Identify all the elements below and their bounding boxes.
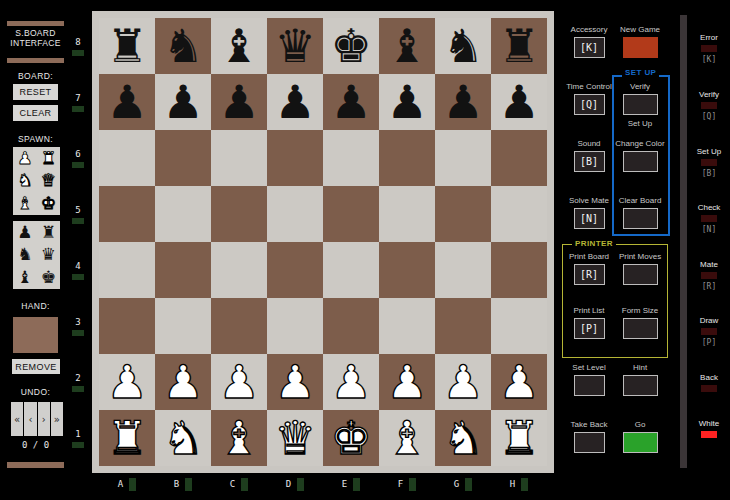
- take-back-control: Take Back: [570, 420, 608, 453]
- rank-led-indicator: [72, 162, 84, 168]
- square-c3[interactable]: [211, 298, 267, 354]
- square-a8[interactable]: ♜: [99, 18, 155, 74]
- rank-number: 4: [75, 261, 80, 271]
- form-size-control: Form Size: [621, 306, 659, 339]
- square-f3[interactable]: [379, 298, 435, 354]
- square-h7[interactable]: ♟: [491, 74, 547, 130]
- set-level-control: Set Level: [570, 363, 608, 396]
- square-b3[interactable]: [155, 298, 211, 354]
- file-led-indicator: [297, 478, 304, 491]
- black-bishop: ♝: [218, 18, 259, 74]
- square-f6[interactable]: [379, 130, 435, 186]
- white-knight: ♞: [442, 410, 483, 466]
- square-d7[interactable]: ♟: [267, 74, 323, 130]
- square-g5[interactable]: [435, 186, 491, 242]
- square-d5[interactable]: [267, 186, 323, 242]
- status-label: Back: [700, 373, 718, 382]
- rank-led-indicator: [72, 50, 84, 56]
- status-label: Error: [700, 33, 718, 42]
- square-f7[interactable]: ♟: [379, 74, 435, 130]
- rank-number: 3: [75, 317, 80, 327]
- take-back-button[interactable]: [574, 432, 605, 453]
- solve-mate-control: Solve Mate [N]: [570, 196, 608, 229]
- file-label-f: F: [379, 473, 435, 495]
- print-moves-label: Print Moves: [619, 252, 661, 261]
- status-key-hint: [B]: [702, 169, 716, 178]
- status-key-hint: [R]: [702, 282, 716, 291]
- file-label-e: E: [323, 473, 379, 495]
- hand-section-label: HAND:: [0, 301, 71, 311]
- status-key-hint: [Q]: [702, 112, 716, 121]
- square-c8[interactable]: ♝: [211, 18, 267, 74]
- square-b6[interactable]: [155, 130, 211, 186]
- hint-button[interactable]: [623, 375, 658, 396]
- sound-label: Sound: [577, 139, 600, 148]
- black-king: ♚: [330, 18, 371, 74]
- square-h3[interactable]: [491, 298, 547, 354]
- print-board-label: Print Board: [569, 252, 609, 261]
- undo-section-label: UNDO:: [0, 387, 71, 397]
- print-moves-button[interactable]: [623, 264, 658, 285]
- square-g7[interactable]: ♟: [435, 74, 491, 130]
- status-key-hint: [N]: [702, 225, 716, 234]
- status-mate: Mate[R]: [688, 260, 730, 291]
- clear-board-control: Clear Board: [621, 196, 659, 229]
- change-color-control: Change Color: [621, 139, 659, 172]
- spawn-black-rook[interactable]: ♜: [37, 221, 61, 244]
- rank-label-6: 6: [66, 130, 90, 186]
- panel-divider: [680, 15, 687, 468]
- file-letter: G: [454, 479, 459, 489]
- file-label-d: D: [267, 473, 323, 495]
- undo-forward-end-button[interactable]: »: [51, 402, 63, 436]
- sidebar-accent-bar-2: [7, 58, 64, 63]
- status-column: Error[K]Verify[Q]Set Up[B]Check[N]Mate[R…: [688, 0, 730, 500]
- square-f4[interactable]: [379, 242, 435, 298]
- print-moves-control: Print Moves: [621, 252, 659, 285]
- square-a2[interactable]: ♟: [99, 354, 155, 410]
- rank-number: 5: [75, 205, 80, 215]
- spawn-white-pawn[interactable]: ♟: [13, 147, 37, 170]
- rank-label-5: 5: [66, 186, 90, 242]
- square-b4[interactable]: [155, 242, 211, 298]
- file-letter: C: [230, 479, 235, 489]
- time-control-label: Time Control: [566, 82, 612, 91]
- square-d3[interactable]: [267, 298, 323, 354]
- status-label: Verify: [699, 90, 719, 99]
- white-rook: ♜: [41, 150, 56, 167]
- black-knight: ♞: [162, 18, 203, 74]
- black-queen: ♛: [274, 18, 315, 74]
- change-color-button[interactable]: [623, 151, 658, 172]
- new-game-control: New Game: [621, 25, 659, 58]
- spawn-section-label: SPAWN:: [0, 134, 71, 144]
- white-rook: ♜: [106, 410, 147, 466]
- file-led-indicator: [521, 478, 528, 491]
- file-letter: D: [286, 479, 291, 489]
- square-c5[interactable]: [211, 186, 267, 242]
- rank-labels: 87654321: [66, 18, 90, 466]
- black-bishop: ♝: [386, 18, 427, 74]
- print-list-control: Print List [P]: [570, 306, 608, 339]
- verify-label: Verify: [630, 82, 650, 91]
- square-b7[interactable]: ♟: [155, 74, 211, 130]
- black-queen: ♛: [41, 246, 56, 263]
- white-pawn: ♟: [218, 354, 259, 410]
- black-pawn: ♟: [162, 74, 203, 130]
- black-knight: ♞: [17, 246, 32, 263]
- white-knight: ♞: [17, 172, 32, 189]
- rank-number: 8: [75, 37, 80, 47]
- rank-label-2: 2: [66, 354, 90, 410]
- square-g2[interactable]: ♟: [435, 354, 491, 410]
- square-e4[interactable]: [323, 242, 379, 298]
- take-back-label: Take Back: [571, 420, 608, 429]
- rank-label-1: 1: [66, 410, 90, 466]
- square-c7[interactable]: ♟: [211, 74, 267, 130]
- status-label: White: [699, 419, 719, 428]
- file-led-indicator: [409, 478, 416, 491]
- sidebar-bottom-accent-bar: [7, 462, 64, 468]
- square-f8[interactable]: ♝: [379, 18, 435, 74]
- sound-control: Sound [B]: [570, 139, 608, 172]
- square-a6[interactable]: [99, 130, 155, 186]
- sound-button[interactable]: [B]: [574, 151, 605, 172]
- square-d6[interactable]: [267, 130, 323, 186]
- square-d4[interactable]: [267, 242, 323, 298]
- accessory-button[interactable]: [K]: [574, 37, 605, 58]
- spawn-black-bishop[interactable]: ♝: [13, 266, 37, 289]
- file-led-indicator: [129, 478, 136, 491]
- white-queen: ♛: [274, 410, 315, 466]
- black-rook: ♜: [106, 18, 147, 74]
- square-h8[interactable]: ♜: [491, 18, 547, 74]
- black-rook: ♜: [498, 18, 539, 74]
- verify-control: Verify Set Up: [621, 82, 659, 128]
- solve-mate-label: Solve Mate: [569, 196, 609, 205]
- square-h6[interactable]: [491, 130, 547, 186]
- file-label-c: C: [211, 473, 267, 495]
- new-game-button[interactable]: [623, 37, 658, 58]
- print-list-button[interactable]: [P]: [574, 318, 605, 339]
- square-e8[interactable]: ♚: [323, 18, 379, 74]
- square-a3[interactable]: [99, 298, 155, 354]
- go-control: Go: [621, 420, 659, 453]
- status-label: Check: [698, 203, 721, 212]
- white-pawn: ♟: [386, 354, 427, 410]
- black-rook: ♜: [41, 224, 56, 241]
- square-d2[interactable]: ♟: [267, 354, 323, 410]
- file-led-indicator: [241, 478, 248, 491]
- rank-number: 6: [75, 149, 80, 159]
- clear-button[interactable]: CLEAR: [13, 105, 58, 121]
- status-led-indicator: [701, 385, 717, 392]
- square-h1[interactable]: ♜: [491, 410, 547, 466]
- square-g3[interactable]: [435, 298, 491, 354]
- rank-led-indicator: [72, 386, 84, 392]
- square-h5[interactable]: [491, 186, 547, 242]
- square-b1[interactable]: ♞: [155, 410, 211, 466]
- spawn-white-king[interactable]: ♚: [37, 192, 61, 215]
- status-back: Back: [688, 373, 730, 392]
- file-label-b: B: [155, 473, 211, 495]
- square-h4[interactable]: [491, 242, 547, 298]
- form-size-button[interactable]: [623, 318, 658, 339]
- form-size-label: Form Size: [622, 306, 658, 315]
- square-f5[interactable]: [379, 186, 435, 242]
- undo-counter: 0 / 0: [0, 440, 71, 450]
- file-letter: E: [342, 479, 347, 489]
- file-letter: F: [398, 479, 403, 489]
- undo-step-back-button[interactable]: ‹: [24, 402, 36, 436]
- status-led-indicator: [701, 159, 717, 166]
- square-d1[interactable]: ♛: [267, 410, 323, 466]
- status-key-hint: [P]: [702, 338, 716, 347]
- square-c6[interactable]: [211, 130, 267, 186]
- square-c1[interactable]: ♝: [211, 410, 267, 466]
- clear-board-button[interactable]: [623, 208, 658, 229]
- rank-led-indicator: [72, 442, 84, 448]
- status-led-indicator: [701, 45, 717, 52]
- spawn-white-bishop[interactable]: ♝: [13, 192, 37, 215]
- time-control-button[interactable]: [Q]: [574, 94, 605, 115]
- print-board-control: Print Board [R]: [570, 252, 608, 285]
- status-draw: Draw[P]: [688, 316, 730, 347]
- square-f2[interactable]: ♟: [379, 354, 435, 410]
- undo-step-forward-button[interactable]: ›: [38, 402, 50, 436]
- black-king: ♚: [41, 269, 56, 286]
- file-label-h: H: [491, 473, 547, 495]
- white-king: ♚: [41, 195, 56, 212]
- time-control-control: Time Control [Q]: [570, 82, 608, 115]
- file-labels: ABCDEFGH: [99, 473, 547, 495]
- new-game-label: New Game: [620, 25, 660, 34]
- rank-led-indicator: [72, 218, 84, 224]
- status-label: Draw: [700, 316, 719, 325]
- black-pawn: ♟: [386, 74, 427, 130]
- square-e6[interactable]: [323, 130, 379, 186]
- status-led-indicator: [701, 431, 717, 438]
- square-c4[interactable]: [211, 242, 267, 298]
- status-led-indicator: [701, 215, 717, 222]
- hint-label: Hint: [633, 363, 647, 372]
- go-label: Go: [635, 420, 646, 429]
- rank-label-4: 4: [66, 242, 90, 298]
- square-a5[interactable]: [99, 186, 155, 242]
- file-letter: H: [510, 479, 515, 489]
- spawn-black-pawn[interactable]: ♟: [13, 221, 37, 244]
- spawn-white-queen[interactable]: ♛: [37, 170, 61, 193]
- file-letter: B: [174, 479, 179, 489]
- black-pawn: ♟: [17, 224, 32, 241]
- black-pawn: ♟: [106, 74, 147, 130]
- spawn-black-king[interactable]: ♚: [37, 266, 61, 289]
- accessory-label: Accessory: [571, 25, 608, 34]
- status-set-up: Set Up[B]: [688, 147, 730, 178]
- file-led-indicator: [465, 478, 472, 491]
- square-e3[interactable]: [323, 298, 379, 354]
- white-king: ♚: [330, 410, 371, 466]
- white-queen: ♛: [41, 172, 56, 189]
- spawn-white-rook[interactable]: ♜: [37, 147, 61, 170]
- hand-slot[interactable]: [13, 317, 58, 353]
- undo-rewind-start-button[interactable]: «: [11, 402, 23, 436]
- print-board-button[interactable]: [R]: [574, 264, 605, 285]
- square-c2[interactable]: ♟: [211, 354, 267, 410]
- file-label-g: G: [435, 473, 491, 495]
- white-pawn: ♟: [106, 354, 147, 410]
- setup-group-label: SET UP: [622, 68, 659, 77]
- square-a1[interactable]: ♜: [99, 410, 155, 466]
- rank-number: 7: [75, 93, 80, 103]
- square-e2[interactable]: ♟: [323, 354, 379, 410]
- square-e5[interactable]: [323, 186, 379, 242]
- white-pawn: ♟: [17, 150, 32, 167]
- board-grid: ♜♞♝♛♚♝♞♜♟♟♟♟♟♟♟♟♟♟♟♟♟♟♟♟♜♞♝♛♚♝♞♜: [99, 18, 547, 466]
- status-check: Check[N]: [688, 203, 730, 234]
- rank-led-indicator: [72, 106, 84, 112]
- white-knight: ♞: [162, 410, 203, 466]
- print-list-label: Print List: [573, 306, 604, 315]
- rank-led-indicator: [72, 330, 84, 336]
- white-bishop: ♝: [218, 410, 259, 466]
- file-label-a: A: [99, 473, 155, 495]
- square-g8[interactable]: ♞: [435, 18, 491, 74]
- app-title-line2: INTERFACE: [0, 38, 71, 48]
- black-pawn: ♟: [498, 74, 539, 130]
- board-frame: ♜♞♝♛♚♝♞♜♟♟♟♟♟♟♟♟♟♟♟♟♟♟♟♟♜♞♝♛♚♝♞♜: [92, 11, 554, 473]
- square-e7[interactable]: ♟: [323, 74, 379, 130]
- file-letter: A: [118, 479, 123, 489]
- verify-button[interactable]: [623, 94, 658, 115]
- solve-mate-button[interactable]: [N]: [574, 208, 605, 229]
- app-title-line1: S.BOARD: [0, 28, 71, 38]
- square-b8[interactable]: ♞: [155, 18, 211, 74]
- white-pawn: ♟: [162, 354, 203, 410]
- rank-label-7: 7: [66, 74, 90, 130]
- status-led-indicator: [701, 272, 717, 279]
- spawn-black-knight[interactable]: ♞: [13, 244, 37, 267]
- white-pawn: ♟: [274, 354, 315, 410]
- status-key-hint: [K]: [702, 55, 716, 64]
- black-bishop: ♝: [17, 269, 32, 286]
- accessory-control: Accessory [K]: [570, 25, 608, 58]
- white-bishop: ♝: [17, 195, 32, 212]
- undo-controls: «‹›»: [11, 402, 63, 436]
- square-d8[interactable]: ♛: [267, 18, 323, 74]
- spawn-tray-black: ♟♜♞♛♝♚: [13, 221, 60, 289]
- white-pawn: ♟: [442, 354, 483, 410]
- rank-label-8: 8: [66, 18, 90, 74]
- rank-led-indicator: [72, 274, 84, 280]
- sboard-interface-app: { "game": "chess", "app": { "title_line1…: [0, 0, 730, 500]
- square-h2[interactable]: ♟: [491, 354, 547, 410]
- status-white: White: [688, 419, 730, 438]
- white-pawn: ♟: [330, 354, 371, 410]
- spawn-white-knight[interactable]: ♞: [13, 170, 37, 193]
- square-e1[interactable]: ♚: [323, 410, 379, 466]
- square-g6[interactable]: [435, 130, 491, 186]
- black-pawn: ♟: [274, 74, 315, 130]
- hint-control: Hint: [621, 363, 659, 396]
- rank-number: 1: [75, 429, 80, 439]
- verify-sublabel: Set Up: [628, 119, 652, 128]
- file-led-indicator: [185, 478, 192, 491]
- square-a4[interactable]: [99, 242, 155, 298]
- white-bishop: ♝: [386, 410, 427, 466]
- black-knight: ♞: [442, 18, 483, 74]
- square-b2[interactable]: ♟: [155, 354, 211, 410]
- black-pawn: ♟: [218, 74, 259, 130]
- set-level-label: Set Level: [572, 363, 605, 372]
- remove-button[interactable]: REMOVE: [12, 359, 60, 374]
- change-color-label: Change Color: [615, 139, 664, 148]
- square-f1[interactable]: ♝: [379, 410, 435, 466]
- black-pawn: ♟: [442, 74, 483, 130]
- status-verify: Verify[Q]: [688, 90, 730, 121]
- file-led-indicator: [353, 478, 360, 491]
- printer-group-label: PRINTER: [572, 239, 616, 248]
- white-pawn: ♟: [498, 354, 539, 410]
- black-pawn: ♟: [330, 74, 371, 130]
- status-label: Mate: [700, 260, 718, 269]
- square-g1[interactable]: ♞: [435, 410, 491, 466]
- app-title: S.BOARD INTERFACE: [0, 28, 71, 48]
- status-led-indicator: [701, 328, 717, 335]
- square-g4[interactable]: [435, 242, 491, 298]
- square-b5[interactable]: [155, 186, 211, 242]
- white-rook: ♜: [498, 410, 539, 466]
- status-error: Error[K]: [688, 33, 730, 64]
- spawn-tray-white: ♟♜♞♛♝♚: [13, 147, 60, 215]
- spawn-black-queen[interactable]: ♛: [37, 244, 61, 267]
- go-button[interactable]: [623, 432, 658, 453]
- set-level-button[interactable]: [574, 375, 605, 396]
- status-label: Set Up: [697, 147, 721, 156]
- rank-label-3: 3: [66, 298, 90, 354]
- reset-button[interactable]: RESET: [13, 84, 58, 100]
- sidebar-top-accent-bar: [7, 21, 64, 26]
- clear-board-label: Clear Board: [619, 196, 662, 205]
- rank-number: 2: [75, 373, 80, 383]
- board-section-label: BOARD:: [0, 71, 71, 81]
- status-led-indicator: [701, 102, 717, 109]
- square-a7[interactable]: ♟: [99, 74, 155, 130]
